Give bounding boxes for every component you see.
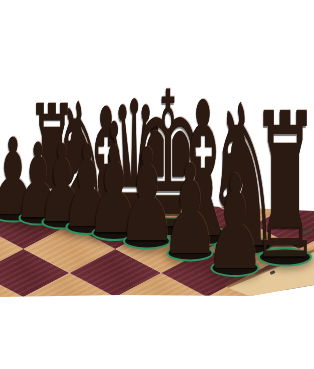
piece-black-pawn-h7[interactable]: ♟ <box>205 158 266 288</box>
pieces-layer: ♜♞♝♛♚♝♞♜♟♟♟♟♟♟♟♟ <box>0 0 314 369</box>
product-photo: ♜♞♝♛♚♝♞♜♟♟♟♟♟♟♟♟ <box>0 0 314 369</box>
